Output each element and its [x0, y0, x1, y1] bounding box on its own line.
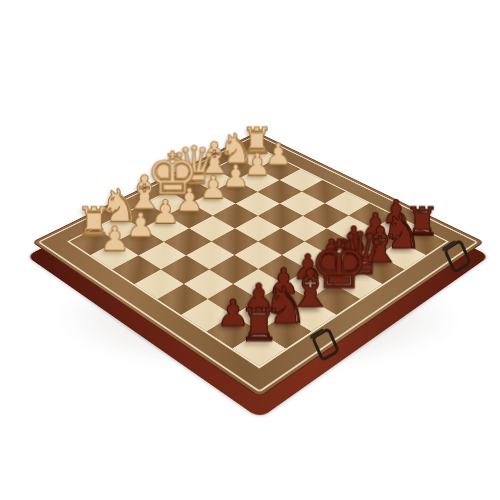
chess-board: ♜♟♟♜♞♟♟♞♝♟♟♝♛♟♟♛♚♟♟♚♝♟♟♝♞♟♟♞♜♟♟♜	[32, 132, 485, 397]
chess-set-photo: ♜♟♟♜♞♟♟♞♝♟♟♝♛♟♟♛♚♟♟♚♝♟♟♝♞♟♟♞♜♟♟♜	[0, 0, 500, 500]
